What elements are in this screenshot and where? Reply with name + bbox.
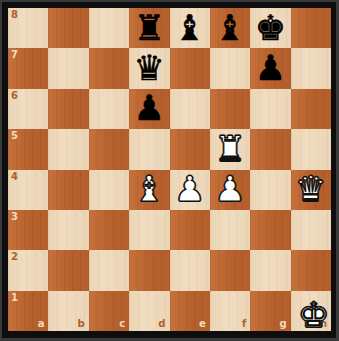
square-a7[interactable]: 7 xyxy=(8,48,48,88)
square-e5[interactable] xyxy=(170,129,210,169)
square-b4[interactable] xyxy=(48,170,88,210)
square-d7[interactable]: ♛ xyxy=(129,48,169,88)
square-f1[interactable]: f xyxy=(210,291,250,331)
file-label-d: d xyxy=(158,319,165,329)
piece-white-pawn[interactable]: ♟ xyxy=(214,172,245,207)
file-label-a: a xyxy=(38,319,45,329)
square-c5[interactable] xyxy=(89,129,129,169)
piece-white-bishop[interactable]: ♝ xyxy=(134,172,165,207)
chess-app-canvas: 8♜♝♝♚7♛♟6♟5♜4♝♟♟♛321abcdefgh♚ xyxy=(0,0,339,341)
square-c1[interactable]: c xyxy=(89,291,129,331)
piece-white-rook[interactable]: ♜ xyxy=(214,132,245,167)
square-e6[interactable] xyxy=(170,89,210,129)
square-c2[interactable] xyxy=(89,250,129,290)
square-e1[interactable]: e xyxy=(170,291,210,331)
square-b3[interactable] xyxy=(48,210,88,250)
square-c6[interactable] xyxy=(89,89,129,129)
square-a3[interactable]: 3 xyxy=(8,210,48,250)
rank-label-3: 3 xyxy=(11,212,18,222)
rank-label-4: 4 xyxy=(11,172,18,182)
file-label-f: f xyxy=(242,319,246,329)
square-e3[interactable] xyxy=(170,210,210,250)
square-h2[interactable] xyxy=(291,250,331,290)
square-g2[interactable] xyxy=(250,250,290,290)
piece-black-queen[interactable]: ♛ xyxy=(134,51,165,86)
rank-label-1: 1 xyxy=(11,293,18,303)
square-e7[interactable] xyxy=(170,48,210,88)
square-h1[interactable]: h♚ xyxy=(291,291,331,331)
square-d5[interactable] xyxy=(129,129,169,169)
file-label-e: e xyxy=(199,319,206,329)
square-a2[interactable]: 2 xyxy=(8,250,48,290)
piece-white-king[interactable]: ♚ xyxy=(298,298,329,333)
square-a8[interactable]: 8 xyxy=(8,8,48,48)
square-g4[interactable] xyxy=(250,170,290,210)
square-a5[interactable]: 5 xyxy=(8,129,48,169)
square-b7[interactable] xyxy=(48,48,88,88)
piece-black-bishop[interactable]: ♝ xyxy=(214,11,245,46)
square-d3[interactable] xyxy=(129,210,169,250)
square-a6[interactable]: 6 xyxy=(8,89,48,129)
square-c3[interactable] xyxy=(89,210,129,250)
square-g8[interactable]: ♚ xyxy=(250,8,290,48)
rank-label-5: 5 xyxy=(11,131,18,141)
piece-black-bishop[interactable]: ♝ xyxy=(174,11,205,46)
piece-white-queen[interactable]: ♛ xyxy=(295,172,326,207)
square-f6[interactable] xyxy=(210,89,250,129)
rank-label-2: 2 xyxy=(11,252,18,262)
piece-black-king[interactable]: ♚ xyxy=(255,11,286,46)
rank-label-7: 7 xyxy=(11,50,18,60)
square-d8[interactable]: ♜ xyxy=(129,8,169,48)
square-h3[interactable] xyxy=(291,210,331,250)
square-d1[interactable]: d xyxy=(129,291,169,331)
piece-black-pawn[interactable]: ♟ xyxy=(134,91,165,126)
square-b5[interactable] xyxy=(48,129,88,169)
square-f2[interactable] xyxy=(210,250,250,290)
square-f5[interactable]: ♜ xyxy=(210,129,250,169)
square-g5[interactable] xyxy=(250,129,290,169)
square-f7[interactable] xyxy=(210,48,250,88)
square-f8[interactable]: ♝ xyxy=(210,8,250,48)
square-h7[interactable] xyxy=(291,48,331,88)
rank-label-6: 6 xyxy=(11,91,18,101)
square-h6[interactable] xyxy=(291,89,331,129)
chessboard: 8♜♝♝♚7♛♟6♟5♜4♝♟♟♛321abcdefgh♚ xyxy=(8,8,331,331)
square-e4[interactable]: ♟ xyxy=(170,170,210,210)
square-f3[interactable] xyxy=(210,210,250,250)
square-g1[interactable]: g xyxy=(250,291,290,331)
square-b6[interactable] xyxy=(48,89,88,129)
square-c4[interactable] xyxy=(89,170,129,210)
square-d2[interactable] xyxy=(129,250,169,290)
square-e2[interactable] xyxy=(170,250,210,290)
square-b8[interactable] xyxy=(48,8,88,48)
square-c7[interactable] xyxy=(89,48,129,88)
square-c8[interactable] xyxy=(89,8,129,48)
square-h4[interactable]: ♛ xyxy=(291,170,331,210)
square-h8[interactable] xyxy=(291,8,331,48)
piece-black-pawn[interactable]: ♟ xyxy=(255,51,286,86)
file-label-b: b xyxy=(78,319,85,329)
rank-label-8: 8 xyxy=(11,10,18,20)
square-a4[interactable]: 4 xyxy=(8,170,48,210)
square-g3[interactable] xyxy=(250,210,290,250)
square-a1[interactable]: 1a xyxy=(8,291,48,331)
square-f4[interactable]: ♟ xyxy=(210,170,250,210)
square-h5[interactable] xyxy=(291,129,331,169)
square-d6[interactable]: ♟ xyxy=(129,89,169,129)
square-d4[interactable]: ♝ xyxy=(129,170,169,210)
square-g7[interactable]: ♟ xyxy=(250,48,290,88)
file-label-c: c xyxy=(119,319,125,329)
square-b2[interactable] xyxy=(48,250,88,290)
piece-black-rook[interactable]: ♜ xyxy=(134,11,165,46)
square-b1[interactable]: b xyxy=(48,291,88,331)
square-e8[interactable]: ♝ xyxy=(170,8,210,48)
square-g6[interactable] xyxy=(250,89,290,129)
file-label-g: g xyxy=(279,319,286,329)
piece-white-pawn[interactable]: ♟ xyxy=(174,172,205,207)
